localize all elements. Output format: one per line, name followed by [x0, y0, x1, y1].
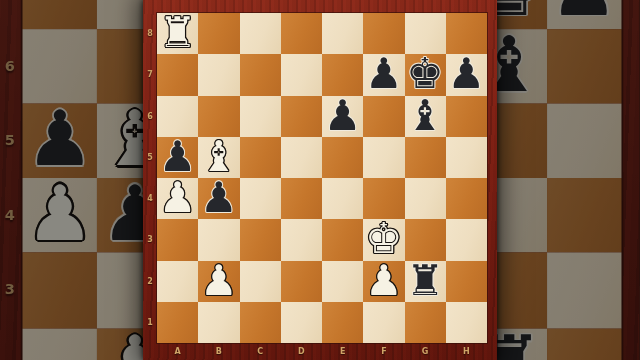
black-rook-g2[interactable]: ♜	[406, 260, 444, 301]
rank-label-7: 7	[143, 54, 157, 95]
rank-label-1: 1	[143, 302, 157, 343]
white-pawn-f2[interactable]: ♟	[365, 260, 403, 301]
square-f5[interactable]	[363, 137, 404, 178]
square-g6[interactable]: ♝	[405, 96, 446, 137]
bg-square-a4: ♟	[23, 178, 98, 253]
square-d5[interactable]	[281, 137, 322, 178]
rank-label-4: 4	[143, 178, 157, 219]
square-a8[interactable]: ♜	[157, 13, 198, 54]
black-pawn-a5[interactable]: ♟	[159, 136, 197, 177]
black-pawn-f7[interactable]: ♟	[365, 53, 403, 94]
square-c1[interactable]	[240, 302, 281, 343]
square-c8[interactable]	[240, 13, 281, 54]
square-d6[interactable]	[281, 96, 322, 137]
square-h3[interactable]	[446, 219, 487, 260]
bg-square-a6	[23, 28, 98, 103]
square-c4[interactable]	[240, 178, 281, 219]
rank-label-2: 2	[143, 261, 157, 302]
square-b5[interactable]: ♝	[198, 137, 239, 178]
square-b4[interactable]: ♟	[198, 178, 239, 219]
square-h8[interactable]	[446, 13, 487, 54]
board-grid: ♜♟♚♟♟♝♟♝♟♟♚♟♟♜	[157, 13, 487, 343]
bg-square-h7: ♟	[547, 0, 622, 28]
bg-rank-label-2: 2	[0, 328, 23, 360]
bg-square-a7	[23, 0, 98, 28]
video-frame: ♜♟♚♟♟♝♟♝♟♟♚♟♟♜87654321ABCDEFGH ♜♟♚♟♟♝♟♝♟…	[0, 0, 640, 360]
square-d4[interactable]	[281, 178, 322, 219]
black-king-g7[interactable]: ♚	[406, 53, 444, 94]
white-king-f3[interactable]: ♚	[365, 218, 403, 259]
rank-label-6: 6	[143, 96, 157, 137]
square-f8[interactable]	[363, 13, 404, 54]
white-bishop-b5[interactable]: ♝	[200, 136, 238, 177]
square-e7[interactable]	[322, 54, 363, 95]
rank-label-8: 8	[143, 13, 157, 54]
square-h7[interactable]: ♟	[446, 54, 487, 95]
white-pawn-b2[interactable]: ♟	[200, 260, 238, 301]
bg-square-a2	[23, 328, 98, 360]
black-pawn-b4[interactable]: ♟	[200, 177, 238, 218]
file-label-f: F	[363, 345, 404, 359]
square-c5[interactable]	[240, 137, 281, 178]
file-label-d: D	[281, 345, 322, 359]
square-h6[interactable]	[446, 96, 487, 137]
square-b6[interactable]	[198, 96, 239, 137]
square-g8[interactable]	[405, 13, 446, 54]
square-b3[interactable]	[198, 219, 239, 260]
bg-square-a3	[23, 253, 98, 328]
square-f1[interactable]	[363, 302, 404, 343]
black-bishop-g6[interactable]: ♝	[406, 95, 444, 136]
square-e1[interactable]	[322, 302, 363, 343]
square-b2[interactable]: ♟	[198, 261, 239, 302]
bg-rank-label-6: 6	[0, 28, 23, 103]
square-e2[interactable]	[322, 261, 363, 302]
square-b8[interactable]	[198, 13, 239, 54]
square-g4[interactable]	[405, 178, 446, 219]
square-a3[interactable]	[157, 219, 198, 260]
bg-rank-label-4: 4	[0, 178, 23, 253]
square-g3[interactable]	[405, 219, 446, 260]
bg-rank-label-7: 7	[0, 0, 23, 28]
square-b1[interactable]	[198, 302, 239, 343]
bg-square-h2	[547, 328, 622, 360]
bg-white-pawn-a4: ♟	[26, 176, 94, 250]
square-h1[interactable]	[446, 302, 487, 343]
square-g1[interactable]	[405, 302, 446, 343]
square-f4[interactable]	[363, 178, 404, 219]
file-label-a: A	[157, 345, 198, 359]
black-pawn-h7[interactable]: ♟	[448, 53, 486, 94]
square-g2[interactable]: ♜	[405, 261, 446, 302]
square-e8[interactable]	[322, 13, 363, 54]
square-g5[interactable]	[405, 137, 446, 178]
rank-label-3: 3	[143, 219, 157, 260]
black-pawn-e6[interactable]: ♟	[324, 95, 362, 136]
file-label-e: E	[322, 345, 363, 359]
file-label-g: G	[405, 345, 446, 359]
square-a5[interactable]: ♟	[157, 137, 198, 178]
square-d3[interactable]	[281, 219, 322, 260]
square-d7[interactable]	[281, 54, 322, 95]
square-d8[interactable]	[281, 13, 322, 54]
square-c2[interactable]	[240, 261, 281, 302]
square-b7[interactable]	[198, 54, 239, 95]
file-label-h: H	[446, 345, 487, 359]
bg-black-pawn-a5: ♟	[26, 102, 94, 176]
square-h2[interactable]	[446, 261, 487, 302]
square-h4[interactable]	[446, 178, 487, 219]
square-f6[interactable]	[363, 96, 404, 137]
square-d2[interactable]	[281, 261, 322, 302]
square-c7[interactable]	[240, 54, 281, 95]
square-a2[interactable]	[157, 261, 198, 302]
bg-square-h6	[547, 28, 622, 103]
square-f3[interactable]: ♚	[363, 219, 404, 260]
bg-rank-label-5: 5	[0, 103, 23, 178]
bg-square-h3	[547, 253, 622, 328]
square-d1[interactable]	[281, 302, 322, 343]
square-e4[interactable]	[322, 178, 363, 219]
square-g7[interactable]: ♚	[405, 54, 446, 95]
square-c6[interactable]	[240, 96, 281, 137]
bg-square-h5	[547, 103, 622, 178]
white-pawn-a4[interactable]: ♟	[159, 177, 197, 218]
square-e3[interactable]	[322, 219, 363, 260]
square-e6[interactable]: ♟	[322, 96, 363, 137]
square-h5[interactable]	[446, 137, 487, 178]
square-f7[interactable]: ♟	[363, 54, 404, 95]
square-a6[interactable]	[157, 96, 198, 137]
bg-square-a5: ♟	[23, 103, 98, 178]
square-e5[interactable]	[322, 137, 363, 178]
bg-rank-label-3: 3	[0, 253, 23, 328]
file-label-c: C	[240, 345, 281, 359]
square-f2[interactable]: ♟	[363, 261, 404, 302]
square-a1[interactable]	[157, 302, 198, 343]
square-a7[interactable]	[157, 54, 198, 95]
square-c3[interactable]	[240, 219, 281, 260]
bg-square-h4	[547, 178, 622, 253]
file-label-b: B	[198, 345, 239, 359]
bg-black-pawn-h7: ♟	[550, 0, 618, 26]
white-rook-a8[interactable]: ♜	[159, 12, 197, 53]
chess-board: ♜♟♚♟♟♝♟♝♟♟♚♟♟♜87654321ABCDEFGH	[143, 0, 497, 360]
rank-label-5: 5	[143, 137, 157, 178]
square-a4[interactable]: ♟	[157, 178, 198, 219]
